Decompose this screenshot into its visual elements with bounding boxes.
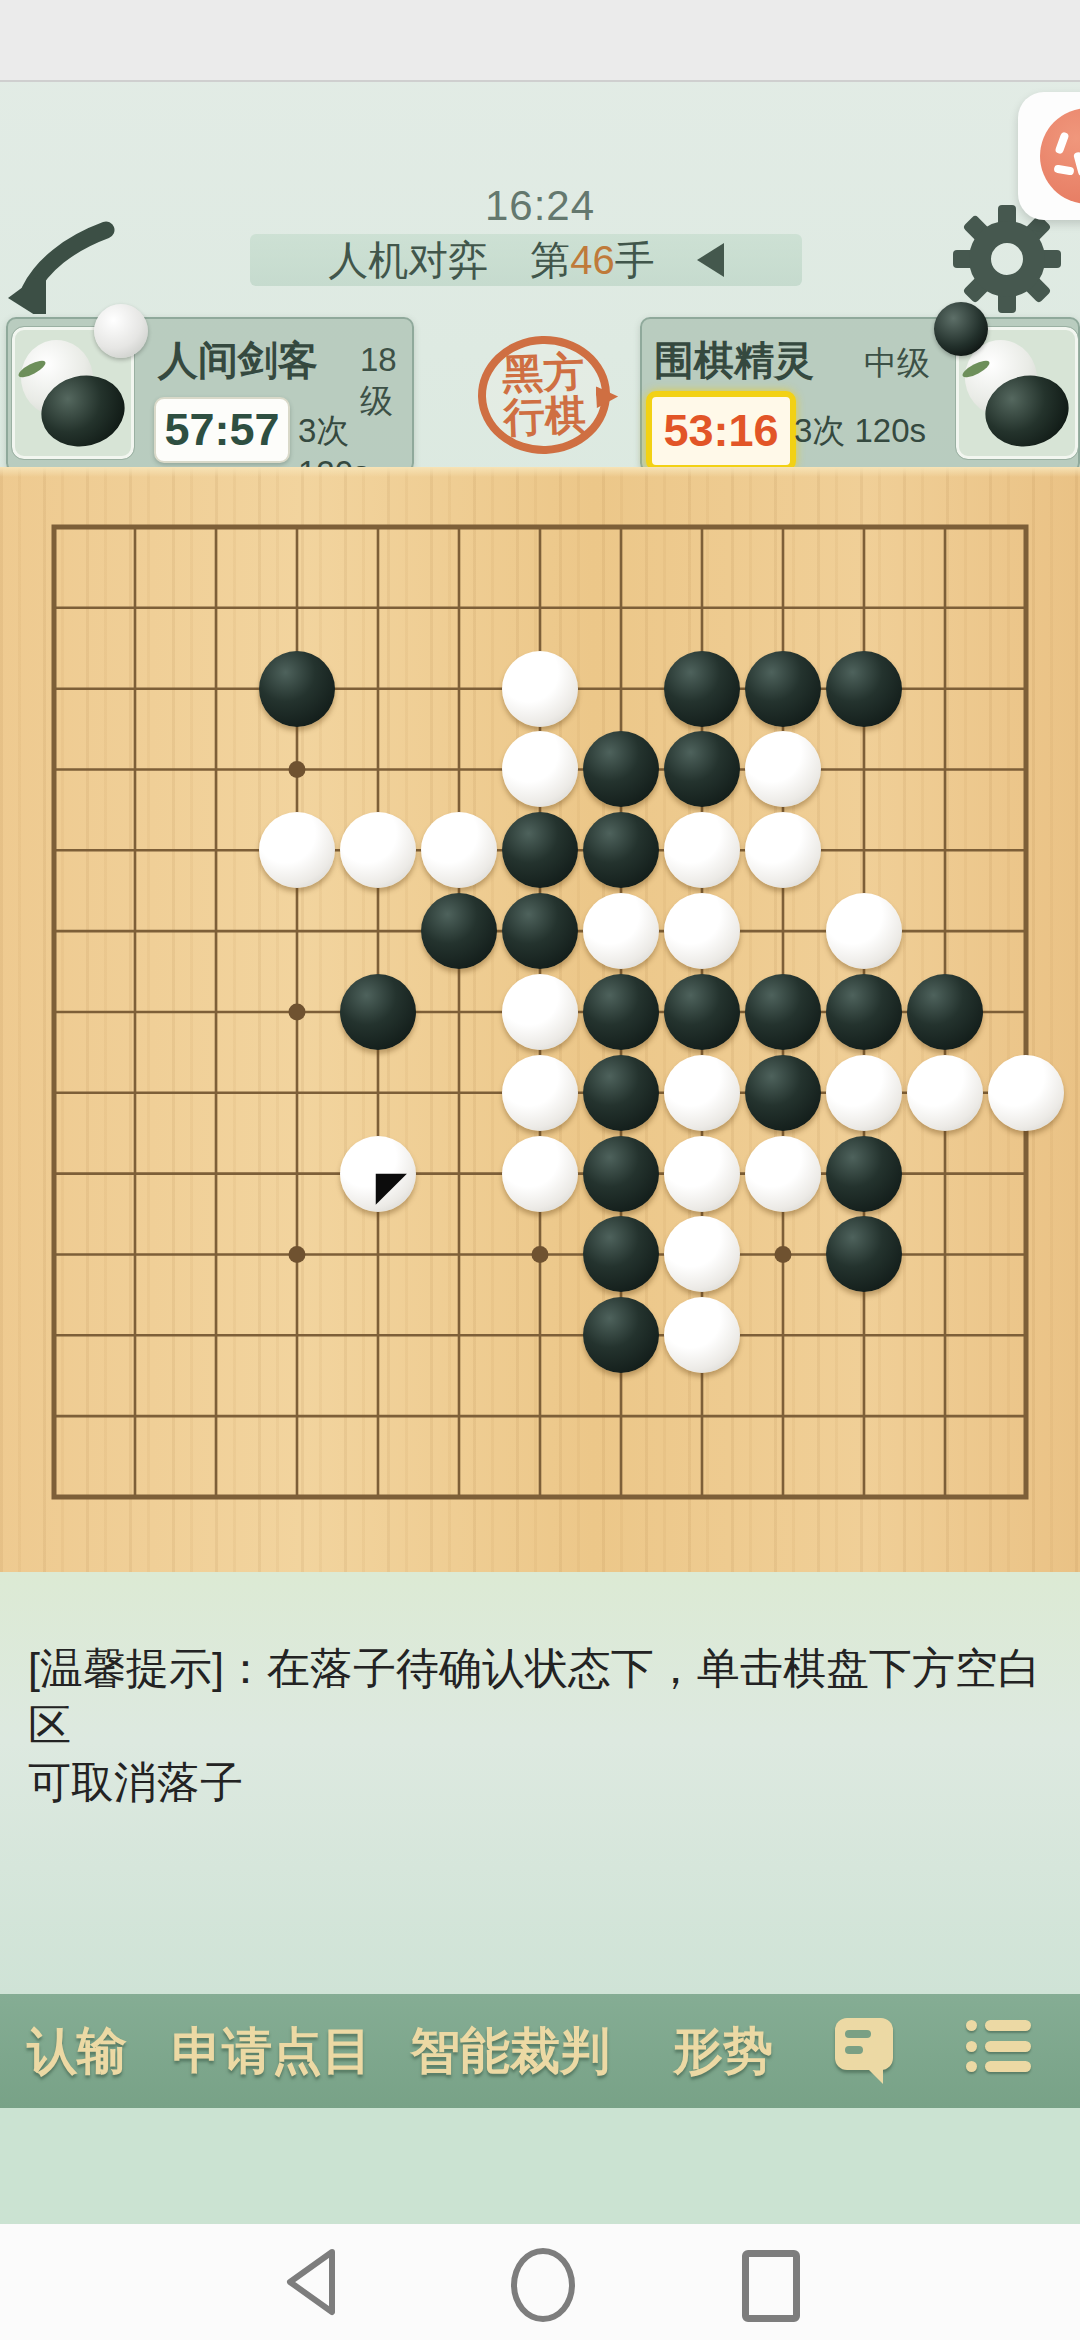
board-intersection[interactable]	[743, 1457, 824, 1538]
stone-white[interactable]	[502, 731, 578, 807]
stone-white[interactable]	[745, 1136, 821, 1212]
board-intersection[interactable]	[14, 648, 95, 729]
stone-black[interactable]	[583, 1055, 659, 1131]
board-intersection[interactable]	[500, 567, 581, 648]
board-intersection[interactable]	[95, 810, 176, 891]
board-intersection[interactable]	[419, 891, 500, 972]
board-intersection[interactable]	[95, 648, 176, 729]
board-intersection[interactable]	[176, 1376, 257, 1457]
player-periods-right: 3次 120s	[794, 409, 926, 454]
board-intersection[interactable]	[743, 1214, 824, 1295]
board-intersection[interactable]	[500, 487, 581, 568]
board-intersection[interactable]	[986, 648, 1067, 729]
request-count-button[interactable]: 申请点目	[172, 2018, 372, 2085]
board-intersection[interactable]	[581, 567, 662, 648]
ai-judge-button[interactable]: 智能裁判	[410, 2018, 610, 2085]
board-intersection[interactable]	[257, 810, 338, 891]
board-intersection[interactable]	[95, 487, 176, 568]
floating-peach-button[interactable]	[1018, 92, 1080, 220]
board-intersection[interactable]	[743, 972, 824, 1053]
board-intersection[interactable]	[986, 567, 1067, 648]
board-intersection[interactable]	[986, 972, 1067, 1053]
board-intersection[interactable]	[905, 567, 986, 648]
board-intersection[interactable]	[581, 487, 662, 568]
board-intersection[interactable]	[500, 1052, 581, 1133]
board-intersection[interactable]	[743, 1133, 824, 1214]
stone-black[interactable]	[259, 651, 335, 727]
board-intersection[interactable]	[662, 972, 743, 1053]
board-intersection[interactable]	[500, 1133, 581, 1214]
board-intersection[interactable]	[662, 729, 743, 810]
board-intersection[interactable]	[419, 1133, 500, 1214]
board-intersection[interactable]	[581, 1295, 662, 1376]
player-timer-right-active: 53:16	[646, 391, 796, 471]
board-intersection[interactable]	[257, 1214, 338, 1295]
white-side-indicator	[94, 304, 148, 358]
board-intersection[interactable]	[14, 891, 95, 972]
board-intersection[interactable]	[905, 648, 986, 729]
back-button[interactable]	[6, 218, 116, 314]
board-intersection[interactable]	[581, 1376, 662, 1457]
board-intersection[interactable]	[95, 729, 176, 810]
board-intersection[interactable]	[905, 1295, 986, 1376]
board-intersection[interactable]	[419, 487, 500, 568]
stone-white[interactable]	[340, 1136, 416, 1212]
board-intersection[interactable]	[257, 648, 338, 729]
board-intersection[interactable]	[500, 1295, 581, 1376]
stone-white[interactable]	[421, 812, 497, 888]
board-intersection[interactable]	[662, 1214, 743, 1295]
board-intersection[interactable]	[257, 1376, 338, 1457]
status-bar	[0, 0, 1080, 82]
board-intersection[interactable]	[257, 891, 338, 972]
board-intersection[interactable]	[500, 729, 581, 810]
stone-black[interactable]	[583, 1297, 659, 1373]
board-intersection[interactable]	[824, 1376, 905, 1457]
board-intersection[interactable]	[743, 891, 824, 972]
board-intersection[interactable]	[176, 567, 257, 648]
stone-white[interactable]	[664, 1216, 740, 1292]
stone-white[interactable]	[502, 651, 578, 727]
board-intersection[interactable]	[662, 1457, 743, 1538]
last-move-marker	[340, 1136, 416, 1212]
board-intersection[interactable]	[95, 1376, 176, 1457]
board-intersection[interactable]	[257, 1133, 338, 1214]
board-intersection[interactable]	[338, 1214, 419, 1295]
board-intersection[interactable]	[176, 891, 257, 972]
board-intersection[interactable]	[581, 1457, 662, 1538]
board-intersection[interactable]	[95, 1457, 176, 1538]
stone-black[interactable]	[502, 812, 578, 888]
player-timer-left: 57:57	[154, 397, 290, 463]
board-intersection[interactable]	[743, 1052, 824, 1133]
board-intersection[interactable]	[338, 1133, 419, 1214]
board-intersection[interactable]	[824, 1133, 905, 1214]
nav-home-icon[interactable]	[511, 2248, 575, 2322]
board-intersection[interactable]	[176, 1214, 257, 1295]
board-intersection[interactable]	[500, 810, 581, 891]
board-intersection[interactable]	[95, 1052, 176, 1133]
board-intersection[interactable]	[581, 729, 662, 810]
board-intersection[interactable]	[95, 1133, 176, 1214]
board-cells	[14, 487, 1067, 1538]
board-intersection[interactable]	[419, 972, 500, 1053]
board-intersection[interactable]	[14, 1133, 95, 1214]
board-intersection[interactable]	[500, 1457, 581, 1538]
board-intersection[interactable]	[581, 972, 662, 1053]
stone-white[interactable]	[826, 893, 902, 969]
board-intersection[interactable]	[662, 487, 743, 568]
board-intersection[interactable]	[905, 1376, 986, 1457]
board-intersection[interactable]	[419, 1052, 500, 1133]
board-intersection[interactable]	[257, 487, 338, 568]
territory-button[interactable]: 形势	[673, 2018, 773, 2085]
board-intersection[interactable]	[338, 810, 419, 891]
board-intersection[interactable]	[176, 1133, 257, 1214]
stone-white[interactable]	[664, 1055, 740, 1131]
stone-black[interactable]	[826, 1216, 902, 1292]
stone-white[interactable]	[502, 1055, 578, 1131]
player-name-right: 围棋精灵	[654, 333, 814, 388]
black-side-indicator	[934, 302, 988, 356]
board-intersection[interactable]	[581, 1052, 662, 1133]
stone-white[interactable]	[664, 893, 740, 969]
board-intersection[interactable]	[419, 810, 500, 891]
board-intersection[interactable]	[581, 1133, 662, 1214]
board-intersection[interactable]	[338, 1457, 419, 1538]
board-intersection[interactable]	[338, 729, 419, 810]
stamp-nub	[596, 385, 619, 408]
board-intersection[interactable]	[743, 1295, 824, 1376]
board-intersection[interactable]	[662, 810, 743, 891]
board-intersection[interactable]	[338, 567, 419, 648]
player-panel-right: 围棋精灵 中级 53:16 3次 120s	[640, 317, 1080, 473]
stone-black[interactable]	[583, 731, 659, 807]
board-intersection[interactable]	[14, 810, 95, 891]
stone-black[interactable]	[583, 812, 659, 888]
board-intersection[interactable]	[986, 487, 1067, 568]
hint-text: [温馨提示]：在落子待确认状态下，单击棋盘下方空白区 可取消落子	[28, 1640, 1048, 1810]
board-intersection[interactable]	[419, 567, 500, 648]
stone-white[interactable]	[745, 812, 821, 888]
board-intersection[interactable]	[905, 1214, 986, 1295]
stone-black[interactable]	[583, 1216, 659, 1292]
board-intersection[interactable]	[14, 1295, 95, 1376]
board-intersection[interactable]	[986, 729, 1067, 810]
board-intersection[interactable]	[743, 729, 824, 810]
board-intersection[interactable]	[581, 1214, 662, 1295]
board-intersection[interactable]	[905, 810, 986, 891]
board-intersection[interactable]	[95, 567, 176, 648]
board-intersection[interactable]	[905, 1133, 986, 1214]
board-intersection[interactable]	[338, 648, 419, 729]
stone-white[interactable]	[664, 1297, 740, 1373]
board-intersection[interactable]	[824, 1052, 905, 1133]
board-intersection[interactable]	[986, 1457, 1067, 1538]
board-intersection[interactable]	[176, 1457, 257, 1538]
board-intersection[interactable]	[743, 567, 824, 648]
stone-black[interactable]	[745, 1055, 821, 1131]
stone-white[interactable]	[907, 1055, 983, 1131]
board-intersection[interactable]	[662, 1376, 743, 1457]
board-intersection[interactable]	[14, 1214, 95, 1295]
board-intersection[interactable]	[14, 729, 95, 810]
board-intersection[interactable]	[824, 1295, 905, 1376]
board-intersection[interactable]	[257, 1295, 338, 1376]
settings-gear-icon[interactable]	[952, 204, 1062, 314]
board-intersection[interactable]	[95, 891, 176, 972]
player-name-left: 人间剑客	[158, 333, 318, 388]
board-intersection[interactable]	[500, 972, 581, 1053]
board-intersection[interactable]	[95, 1214, 176, 1295]
player-panel-left: 人间剑客 18级 57:57 3次 120s	[6, 317, 414, 473]
board-intersection[interactable]	[257, 567, 338, 648]
nav-recents-icon[interactable]	[742, 2250, 800, 2322]
board-intersection[interactable]	[338, 1376, 419, 1457]
board-intersection[interactable]	[14, 567, 95, 648]
board-intersection[interactable]	[986, 1295, 1067, 1376]
board-intersection[interactable]	[500, 1376, 581, 1457]
stone-white[interactable]	[664, 812, 740, 888]
stone-black[interactable]	[826, 974, 902, 1050]
nav-back-icon[interactable]	[280, 2246, 340, 2318]
board-intersection[interactable]	[176, 648, 257, 729]
board-intersection[interactable]	[581, 891, 662, 972]
board-intersection[interactable]	[176, 972, 257, 1053]
stone-black[interactable]	[340, 974, 416, 1050]
board-intersection[interactable]	[500, 891, 581, 972]
board-intersection[interactable]	[986, 1052, 1067, 1133]
stone-white[interactable]	[340, 812, 416, 888]
board-intersection[interactable]	[824, 487, 905, 568]
board-intersection[interactable]	[176, 1052, 257, 1133]
mode-label: 人机对弈	[328, 233, 488, 288]
stone-white[interactable]	[826, 1055, 902, 1131]
board-intersection[interactable]	[824, 891, 905, 972]
stone-black[interactable]	[421, 893, 497, 969]
board-intersection[interactable]	[419, 729, 500, 810]
board-intersection[interactable]	[338, 1295, 419, 1376]
stone-white[interactable]	[502, 1136, 578, 1212]
stone-black[interactable]	[664, 731, 740, 807]
board-intersection[interactable]	[905, 1052, 986, 1133]
board-intersection[interactable]	[824, 648, 905, 729]
board-intersection[interactable]	[824, 729, 905, 810]
board-intersection[interactable]	[14, 1376, 95, 1457]
game-clock: 16:24	[0, 182, 1080, 230]
board-intersection[interactable]	[824, 810, 905, 891]
board-intersection[interactable]	[662, 567, 743, 648]
board-intersection[interactable]	[743, 810, 824, 891]
board-intersection[interactable]	[338, 972, 419, 1053]
resign-button[interactable]: 认输	[27, 2018, 127, 2085]
board-intersection[interactable]	[824, 567, 905, 648]
board-intersection[interactable]	[14, 1052, 95, 1133]
menu-list-icon[interactable]	[966, 2020, 1032, 2072]
board-intersection[interactable]	[986, 810, 1067, 891]
board-intersection[interactable]	[419, 1457, 500, 1538]
board-intersection[interactable]	[905, 1457, 986, 1538]
board-intersection[interactable]	[95, 1295, 176, 1376]
android-nav-bar	[0, 2224, 1080, 2340]
board-intersection[interactable]	[338, 1052, 419, 1133]
stone-white[interactable]	[502, 974, 578, 1050]
board-intersection[interactable]	[581, 648, 662, 729]
stone-black[interactable]	[664, 651, 740, 727]
board-intersection[interactable]	[986, 1214, 1067, 1295]
board-intersection[interactable]	[662, 891, 743, 972]
stone-white[interactable]	[259, 812, 335, 888]
player-rank-right: 中级	[864, 341, 930, 386]
board-intersection[interactable]	[662, 1133, 743, 1214]
stone-black[interactable]	[826, 1136, 902, 1212]
board-intersection[interactable]	[662, 648, 743, 729]
stone-black[interactable]	[583, 974, 659, 1050]
board-intersection[interactable]	[338, 487, 419, 568]
move-counter: 第46手	[530, 233, 655, 288]
board-intersection[interactable]	[662, 1052, 743, 1133]
board-intersection[interactable]	[824, 972, 905, 1053]
stone-black[interactable]	[826, 651, 902, 727]
board-intersection[interactable]	[419, 648, 500, 729]
board-intersection[interactable]	[257, 729, 338, 810]
board-intersection[interactable]	[257, 1457, 338, 1538]
board-intersection[interactable]	[905, 972, 986, 1053]
board-intersection[interactable]	[176, 729, 257, 810]
stone-black[interactable]	[907, 974, 983, 1050]
bottom-toolbar: 认输 申请点目 智能裁判 形势	[0, 1994, 1080, 2108]
chat-icon[interactable]	[835, 2018, 893, 2070]
board-intersection[interactable]	[14, 487, 95, 568]
board-intersection[interactable]	[419, 1376, 500, 1457]
board-intersection[interactable]	[905, 729, 986, 810]
stone-black[interactable]	[664, 974, 740, 1050]
board-intersection[interactable]	[986, 891, 1067, 972]
board-intersection[interactable]	[743, 1376, 824, 1457]
board-intersection[interactable]	[176, 1295, 257, 1376]
black-to-move-stamp: 黑方 行棋	[476, 334, 612, 457]
stone-white[interactable]	[664, 1136, 740, 1212]
board-intersection[interactable]	[824, 1457, 905, 1538]
stone-black[interactable]	[583, 1136, 659, 1212]
stone-white[interactable]	[745, 731, 821, 807]
board-intersection[interactable]	[500, 1214, 581, 1295]
board-intersection[interactable]	[176, 810, 257, 891]
board-intersection[interactable]	[905, 487, 986, 568]
board-intersection[interactable]	[743, 648, 824, 729]
board-intersection[interactable]	[986, 1133, 1067, 1214]
stone-black[interactable]	[745, 974, 821, 1050]
board-intersection[interactable]	[905, 891, 986, 972]
stone-white[interactable]	[988, 1055, 1064, 1131]
board-intersection[interactable]	[986, 1376, 1067, 1457]
board-intersection[interactable]	[95, 972, 176, 1053]
board-intersection[interactable]	[500, 648, 581, 729]
board-intersection[interactable]	[419, 1214, 500, 1295]
board-intersection[interactable]	[14, 1457, 95, 1538]
board-intersection[interactable]	[257, 1052, 338, 1133]
stone-black[interactable]	[745, 651, 821, 727]
board-intersection[interactable]	[662, 1295, 743, 1376]
board-intersection[interactable]	[338, 891, 419, 972]
bottom-spacer	[0, 2108, 1080, 2224]
board-intersection[interactable]	[581, 810, 662, 891]
header-ribbon: 人机对弈 第46手	[250, 234, 802, 286]
prev-move-triangle-icon[interactable]	[697, 243, 724, 277]
board-intersection[interactable]	[14, 972, 95, 1053]
board-intersection[interactable]	[824, 1214, 905, 1295]
board-intersection[interactable]	[419, 1295, 500, 1376]
board-intersection[interactable]	[257, 972, 338, 1053]
stone-white[interactable]	[583, 893, 659, 969]
stone-black[interactable]	[502, 893, 578, 969]
board-intersection[interactable]	[743, 487, 824, 568]
board-intersection[interactable]	[176, 487, 257, 568]
go-board[interactable]	[0, 467, 1080, 1577]
